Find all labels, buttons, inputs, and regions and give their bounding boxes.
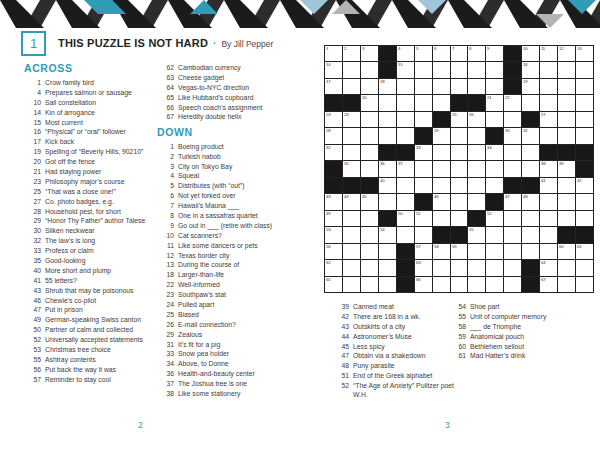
grid-cell[interactable]: [433, 145, 450, 160]
clue-item: 51End of the Greek alphabet: [332, 371, 460, 380]
grid-cell[interactable]: [522, 145, 539, 160]
grid-cell[interactable]: [468, 260, 485, 275]
cell-number: 12: [559, 46, 563, 51]
grid-cell[interactable]: [433, 211, 450, 226]
grid-cell[interactable]: [397, 194, 414, 209]
grid-cell[interactable]: 22: [504, 95, 521, 110]
grid-cell[interactable]: 50: [397, 211, 414, 226]
grid-cell[interactable]: 5: [415, 46, 432, 61]
grid-cell[interactable]: [415, 62, 432, 77]
grid-cell[interactable]: 1: [325, 46, 342, 61]
clue-item: 20Got off the fence: [24, 157, 155, 166]
grid-cell[interactable]: 46: [433, 194, 450, 209]
grid-cell[interactable]: [576, 211, 593, 226]
grid-cell[interactable]: [540, 95, 557, 110]
grid-cell[interactable]: [361, 145, 378, 160]
grid-cell[interactable]: 35: [343, 161, 360, 176]
grid-cell[interactable]: [451, 161, 468, 176]
clue-text: Shrub that may be poisonous: [45, 286, 155, 295]
clue-text: Put in prison: [45, 305, 155, 314]
clue-number: 27: [24, 197, 45, 206]
grid-cell[interactable]: 36: [379, 161, 396, 176]
grid-cell[interactable]: 2: [343, 46, 360, 61]
grid-cell[interactable]: 24: [343, 112, 360, 127]
grid-cell[interactable]: 15: [397, 62, 414, 77]
clue-item: 38Like some stationery: [157, 389, 290, 398]
grid-cell[interactable]: [558, 128, 575, 143]
clue-item: 55Ashtray contents: [24, 355, 155, 364]
grid-cell[interactable]: [397, 128, 414, 143]
grid-cell[interactable]: [397, 178, 414, 193]
grid-cell[interactable]: 23: [325, 112, 342, 127]
grid-cell[interactable]: [486, 227, 503, 242]
clue-number: 59: [449, 332, 470, 341]
grid-cell[interactable]: [558, 194, 575, 209]
grid-cell[interactable]: [504, 260, 521, 275]
grid-cell[interactable]: [486, 79, 503, 94]
grid-cell[interactable]: 27: [540, 112, 557, 127]
cell-number: 51: [416, 211, 420, 216]
clue-item: 42There are 168 in a wk.: [332, 312, 460, 321]
grid-cell[interactable]: 58: [433, 244, 450, 259]
grid-cell[interactable]: [522, 244, 539, 259]
grid-cell[interactable]: [504, 145, 521, 160]
clue-item: 8One in a sassafras quartet: [157, 211, 290, 220]
clue-text: Hawaii’s Mauna ___: [178, 201, 290, 210]
grid-cell[interactable]: 29: [433, 128, 450, 143]
grid-cell[interactable]: 17: [325, 79, 342, 94]
grid-cell[interactable]: 18: [379, 79, 396, 94]
grid-cell[interactable]: [415, 79, 432, 94]
grid-cell[interactable]: [379, 277, 396, 292]
grid-cell[interactable]: [451, 277, 468, 292]
grid-cell[interactable]: [361, 79, 378, 94]
grid-cell[interactable]: [379, 112, 396, 127]
clue-text: Put back the way it was: [45, 365, 155, 374]
cell-number: 29: [434, 128, 438, 133]
grid-cell[interactable]: [415, 227, 432, 242]
grid-cell[interactable]: [504, 112, 521, 127]
grid-cell[interactable]: 9: [486, 46, 503, 61]
grid-cell[interactable]: [540, 128, 557, 143]
grid-cell[interactable]: [558, 260, 575, 275]
book-spread: 1 THIS PUZZLE IS NOT HARD · By Jill Pepp…: [0, 0, 600, 450]
grid-cell[interactable]: [433, 62, 450, 77]
grid-cell[interactable]: 26: [468, 112, 485, 127]
clue-number: 55: [24, 355, 45, 364]
clue-text: Philosophy major’s course: [45, 177, 155, 186]
grid-cell[interactable]: [468, 145, 485, 160]
grid-cell[interactable]: 55: [468, 227, 485, 242]
grid-cell[interactable]: 7: [451, 46, 468, 61]
clue-text: Obtain via a shakedown: [353, 351, 460, 360]
clue-text: Larger-than-life: [178, 270, 290, 279]
grid-cell[interactable]: [540, 79, 557, 94]
down-heading: DOWN: [157, 127, 290, 138]
grid-cell[interactable]: [522, 227, 539, 242]
cell-number: 57: [416, 244, 420, 249]
grid-cell[interactable]: 40: [379, 178, 396, 193]
grid-cell[interactable]: 53: [325, 227, 342, 242]
clue-number: 63: [157, 73, 178, 82]
clue-text: Silken neckwear: [45, 226, 155, 235]
grid-cell[interactable]: 6: [433, 46, 450, 61]
grid-cell[interactable]: [558, 211, 575, 226]
grid-cell[interactable]: 21: [486, 95, 503, 110]
grid-cell[interactable]: [576, 260, 593, 275]
clue-item: 33Snow pea holder: [157, 349, 290, 358]
clue-number: 26: [157, 320, 178, 329]
grid-cell[interactable]: 16: [522, 62, 539, 77]
grid-cell[interactable]: [522, 95, 539, 110]
grid-cell[interactable]: [540, 227, 557, 242]
clue-item: 17Kick back: [24, 137, 155, 146]
clue-text: Sail constellation: [45, 98, 155, 107]
grid-cell[interactable]: [451, 128, 468, 143]
grid-cell[interactable]: 14: [325, 62, 342, 77]
grid-cell[interactable]: 43: [325, 194, 342, 209]
grid-cell[interactable]: 20: [361, 95, 378, 110]
clue-text: Crow family bird: [45, 78, 155, 87]
cell-number: 20: [362, 95, 366, 100]
cell-number: 44: [344, 194, 348, 199]
black-cell: [486, 194, 503, 209]
grid-cell[interactable]: [397, 79, 414, 94]
grid-cell[interactable]: [468, 178, 485, 193]
clue-item: 1Boeing product: [157, 142, 290, 151]
grid-cell[interactable]: [379, 194, 396, 209]
cell-number: 1: [326, 46, 328, 51]
cell-number: 66: [416, 277, 420, 282]
grid-cell[interactable]: 25: [451, 112, 468, 127]
grid-cell[interactable]: 11: [540, 46, 557, 61]
clue-item: 34Above, to Donne: [157, 359, 290, 368]
grid-cell[interactable]: [576, 128, 593, 143]
grid-cell[interactable]: [451, 62, 468, 77]
black-cell: [540, 145, 557, 160]
grid-cell[interactable]: [451, 178, 468, 193]
clue-item: 4Prepares salmon or sausage: [24, 88, 155, 97]
grid-cell[interactable]: 37: [397, 161, 414, 176]
grid-cell[interactable]: [433, 95, 450, 110]
black-cell: [504, 178, 521, 193]
clue-item: 27Co. photo badges, e.g.: [24, 197, 155, 206]
grid-cell[interactable]: [558, 277, 575, 292]
grid-cell[interactable]: [361, 260, 378, 275]
grid-cell[interactable]: 64: [540, 260, 557, 275]
grid-cell[interactable]: 45: [361, 194, 378, 209]
clue-number: 39: [332, 302, 353, 311]
puzzle-number-box: 1: [21, 31, 46, 56]
grid-cell[interactable]: [522, 211, 539, 226]
black-cell: [397, 277, 414, 292]
grid-cell[interactable]: [361, 277, 378, 292]
black-cell: [576, 227, 593, 242]
black-cell: [397, 260, 414, 275]
page-number-right: 3: [445, 420, 450, 430]
black-cell: [486, 128, 503, 143]
grid-cell[interactable]: [451, 79, 468, 94]
grid-cell[interactable]: 44: [343, 194, 360, 209]
grid-cell[interactable]: [468, 128, 485, 143]
clue-number: 9: [157, 221, 178, 230]
grid-cell[interactable]: [343, 244, 360, 259]
grid-cell[interactable]: [468, 244, 485, 259]
grid-cell[interactable]: [468, 277, 485, 292]
clue-number: 53: [24, 345, 45, 354]
grid-cell[interactable]: 34: [486, 145, 503, 160]
grid-cell[interactable]: [540, 62, 557, 77]
grid-cell[interactable]: [486, 62, 503, 77]
grid-cell[interactable]: [504, 227, 521, 242]
clue-text: Cambodian currency: [178, 63, 290, 72]
cell-number: 3: [362, 46, 364, 51]
grid-cell[interactable]: [576, 194, 593, 209]
clue-item: 64Vegas-to-NYC direction: [157, 83, 290, 92]
grid-cell[interactable]: [486, 161, 503, 176]
black-cell: [468, 211, 485, 226]
grid-cell[interactable]: 3: [361, 46, 378, 61]
grid-cell[interactable]: [433, 277, 450, 292]
clue-text: City on Tokyo Bay: [178, 162, 290, 171]
clue-number: 40: [24, 266, 45, 275]
grid-cell[interactable]: [397, 227, 414, 242]
grid-cell[interactable]: 48: [522, 194, 539, 209]
clue-number: 54: [449, 302, 470, 311]
black-cell: [576, 161, 593, 176]
grid-cell[interactable]: 31: [522, 128, 539, 143]
grid-cell[interactable]: [486, 277, 503, 292]
clue-item: 57Reminder to stay cool: [24, 375, 155, 384]
grid-cell[interactable]: 33: [415, 145, 432, 160]
clue-item: 37The Joshua tree is one: [157, 379, 290, 388]
clue-item: 54Shoe part: [449, 302, 589, 311]
grid-cell[interactable]: 57: [415, 244, 432, 259]
grid-cell[interactable]: [504, 277, 521, 292]
grid-cell[interactable]: 12: [558, 46, 575, 61]
clue-text: Zealous: [178, 330, 290, 339]
grid-cell[interactable]: [343, 260, 360, 275]
grid-cell[interactable]: [576, 95, 593, 110]
clue-item: 32The law’s is long: [24, 236, 155, 245]
grid-cell[interactable]: [576, 112, 593, 127]
grid-cell[interactable]: [486, 178, 503, 193]
grid-cell[interactable]: [433, 79, 450, 94]
grid-cell[interactable]: [468, 161, 485, 176]
clue-text: Well-informed: [178, 280, 290, 289]
grid-cell[interactable]: 32: [325, 145, 342, 160]
clue-number: 17: [24, 137, 45, 146]
clue-item: 67Heredity double helix: [157, 112, 290, 121]
cell-number: 63: [416, 260, 420, 265]
grid-cell[interactable]: 39: [558, 161, 575, 176]
clue-number: 19: [24, 147, 45, 156]
grid-cell[interactable]: [468, 62, 485, 77]
clue-text: Chewie’s co-pilot: [45, 296, 155, 305]
crossword-grid[interactable]: 1234567891011121314151617181920212223242…: [324, 45, 594, 293]
title-separator: ·: [213, 38, 216, 49]
grid-cell[interactable]: [451, 145, 468, 160]
clue-number: 11: [157, 241, 178, 250]
grid-cell[interactable]: [576, 277, 593, 292]
clue-item: 61Mad Hatter’s drink: [449, 351, 589, 360]
grid-cell[interactable]: 47: [504, 194, 521, 209]
grid-cell[interactable]: 30: [504, 128, 521, 143]
grid-cell[interactable]: [433, 260, 450, 275]
grid-cell[interactable]: [343, 277, 360, 292]
clue-item: 4Squeal: [157, 171, 290, 180]
cell-number: 62: [326, 260, 330, 265]
grid-cell[interactable]: [486, 260, 503, 275]
grid-cell[interactable]: [558, 79, 575, 94]
grid-cell[interactable]: 56: [325, 244, 342, 259]
grid-cell[interactable]: [415, 161, 432, 176]
clue-text: Reminder to stay cool: [45, 375, 155, 384]
grid-cell[interactable]: 28: [325, 128, 342, 143]
grid-cell[interactable]: [361, 161, 378, 176]
grid-cell[interactable]: [558, 62, 575, 77]
grid-cell[interactable]: 51: [415, 211, 432, 226]
grid-cell[interactable]: 59: [451, 244, 468, 259]
grid-cell[interactable]: [576, 79, 593, 94]
cell-number: 24: [344, 112, 348, 117]
grid-cell[interactable]: [540, 194, 557, 209]
grid-cell[interactable]: [379, 244, 396, 259]
grid-cell[interactable]: 60: [558, 244, 575, 259]
cell-number: 22: [505, 95, 509, 100]
black-cell: [379, 62, 396, 77]
grid-cell[interactable]: [379, 95, 396, 110]
grid-cell[interactable]: 19: [522, 79, 539, 94]
clue-number: 67: [157, 112, 178, 121]
grid-cell[interactable]: [451, 260, 468, 275]
black-cell: [504, 46, 521, 61]
clue-text: “The Age of Anxiety” Pulitzer poet W.H.: [353, 381, 460, 400]
clue-number: 42: [332, 312, 353, 321]
grid-cell[interactable]: [343, 145, 360, 160]
grid-cell[interactable]: [397, 112, 414, 127]
clue-item: 4155 letters?: [24, 276, 155, 285]
clue-text: “That was a close one!”: [45, 187, 155, 196]
grid-cell[interactable]: [361, 227, 378, 242]
grid-cell[interactable]: [343, 128, 360, 143]
grid-cell[interactable]: [576, 62, 593, 77]
grid-cell[interactable]: 54: [379, 227, 396, 242]
clue-text: Speech coach’s assignment: [178, 103, 290, 112]
grid-cell[interactable]: [558, 112, 575, 127]
grid-cell[interactable]: 42: [576, 178, 593, 193]
grid-cell[interactable]: 67: [540, 277, 557, 292]
grid-cell[interactable]: [361, 128, 378, 143]
grid-cell[interactable]: [361, 112, 378, 127]
grid-cell[interactable]: [558, 178, 575, 193]
grid-cell[interactable]: [343, 211, 360, 226]
grid-cell[interactable]: [379, 260, 396, 275]
cell-number: 35: [344, 161, 348, 166]
clue-text: Turkish nabob: [178, 152, 290, 161]
clue-item: 29Zealous: [157, 330, 290, 339]
grid-cell[interactable]: [415, 95, 432, 110]
clue-number: 65: [157, 93, 178, 102]
grid-cell[interactable]: 52: [486, 211, 503, 226]
clue-item: 58___ de Triomphe: [449, 322, 589, 331]
grid-cell[interactable]: 61: [576, 244, 593, 259]
grid-cell[interactable]: [361, 62, 378, 77]
clue-text: Like some dancers or pets: [178, 241, 290, 250]
grid-cell[interactable]: [415, 178, 432, 193]
grid-cell[interactable]: [504, 211, 521, 226]
grid-cell[interactable]: 66: [415, 277, 432, 292]
clue-text: During the course of: [178, 260, 290, 269]
clue-text: Above, to Donne: [178, 359, 290, 368]
clue-item: 7Hawaii’s Mauna ___: [157, 201, 290, 210]
grid-cell[interactable]: 62: [325, 260, 342, 275]
grid-cell[interactable]: 49: [325, 211, 342, 226]
grid-cell[interactable]: [468, 79, 485, 94]
grid-cell[interactable]: 65: [325, 277, 342, 292]
grid-cell[interactable]: [451, 194, 468, 209]
grid-cell[interactable]: [397, 95, 414, 110]
cell-number: 30: [505, 128, 509, 133]
grid-cell[interactable]: 41: [540, 178, 557, 193]
clue-text: Good-looking: [45, 256, 155, 265]
grid-cell[interactable]: [468, 194, 485, 209]
clue-item: 19Spelling of “Beverly Hills, 90210”: [24, 147, 155, 156]
clue-text: Cat scanners?: [178, 231, 290, 240]
grid-cell[interactable]: [379, 128, 396, 143]
clue-text: 55 letters?: [45, 276, 155, 285]
black-cell: [504, 79, 521, 94]
grid-cell[interactable]: 4: [397, 46, 414, 61]
clue-text: Heredity double helix: [178, 112, 290, 121]
grid-cell[interactable]: [558, 95, 575, 110]
clue-text: Co. photo badges, e.g.: [45, 197, 155, 206]
grid-cell[interactable]: [361, 244, 378, 259]
grid-cell[interactable]: [343, 79, 360, 94]
grid-cell[interactable]: [540, 211, 557, 226]
grid-cell[interactable]: [361, 211, 378, 226]
clue-item: 56Put back the way it was: [24, 365, 155, 374]
grid-cell[interactable]: [343, 62, 360, 77]
grid-cell[interactable]: [540, 244, 557, 259]
grid-cell[interactable]: [415, 112, 432, 127]
grid-cell[interactable]: 38: [540, 161, 557, 176]
grid-cell[interactable]: 63: [415, 260, 432, 275]
grid-cell[interactable]: [504, 161, 521, 176]
clue-number: 58: [449, 322, 470, 331]
grid-cell[interactable]: [451, 211, 468, 226]
clue-item: 52“The Age of Anxiety” Pulitzer poet W.H…: [332, 381, 460, 400]
grid-cell[interactable]: [343, 227, 360, 242]
grid-cell[interactable]: 13: [576, 46, 593, 61]
clue-item: 44Astronomer’s Muse: [332, 332, 460, 341]
clue-text: Unit of computer memory: [470, 312, 589, 321]
cell-number: 2: [344, 46, 346, 51]
clue-text: Biased: [178, 310, 290, 319]
grid-cell[interactable]: [522, 161, 539, 176]
grid-cell[interactable]: [486, 244, 503, 259]
black-cell: [379, 145, 396, 160]
cell-number: 48: [523, 194, 527, 199]
grid-cell[interactable]: [486, 112, 503, 127]
grid-cell[interactable]: [433, 161, 450, 176]
black-cell: [361, 178, 378, 193]
grid-cell[interactable]: [504, 244, 521, 259]
clue-number: 50: [24, 325, 45, 334]
grid-cell[interactable]: [433, 178, 450, 193]
grid-cell[interactable]: 10: [522, 46, 539, 61]
grid-cell[interactable]: 8: [468, 46, 485, 61]
